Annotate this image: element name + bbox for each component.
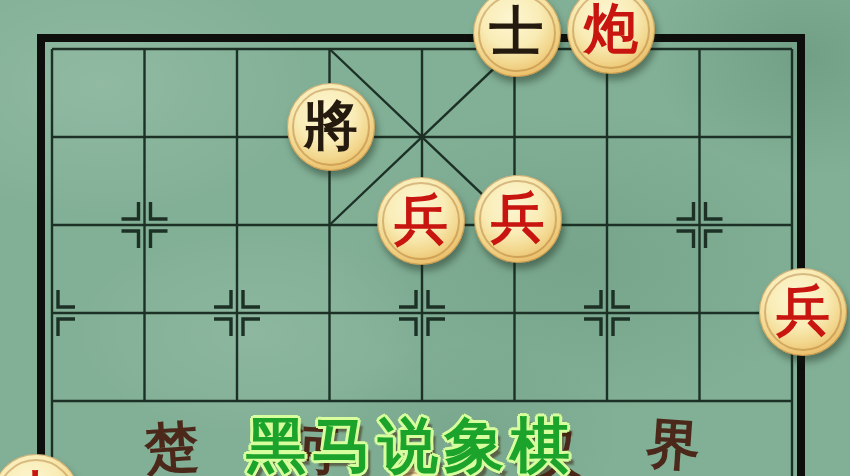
board-grid: 士炮將兵兵兵車: [6, 5, 839, 476]
piece-glyph: 將: [304, 98, 358, 152]
piece-glyph: 兵: [776, 283, 830, 337]
piece-red-soldier-1[interactable]: 兵: [377, 177, 465, 265]
piece-red-soldier-2[interactable]: 兵: [474, 175, 562, 263]
piece-black-general[interactable]: 將: [287, 83, 375, 171]
piece-glyph: 士: [490, 4, 544, 58]
piece-glyph: 車: [9, 469, 63, 476]
piece-red-cannon[interactable]: 炮: [567, 0, 655, 74]
piece-red-soldier-3[interactable]: 兵: [759, 268, 847, 356]
piece-cutoff-piece-left[interactable]: 車: [0, 454, 80, 476]
xiangqi-screenshot: 楚河汉界 士炮將兵兵兵車 黑马说象棋: [0, 0, 850, 476]
piece-glyph: 兵: [394, 192, 448, 246]
watermark-text: 黑马说象棋: [246, 414, 576, 476]
piece-glyph: 兵: [491, 190, 545, 244]
piece-glyph: 炮: [584, 1, 638, 55]
piece-black-advisor[interactable]: 士: [473, 0, 561, 77]
